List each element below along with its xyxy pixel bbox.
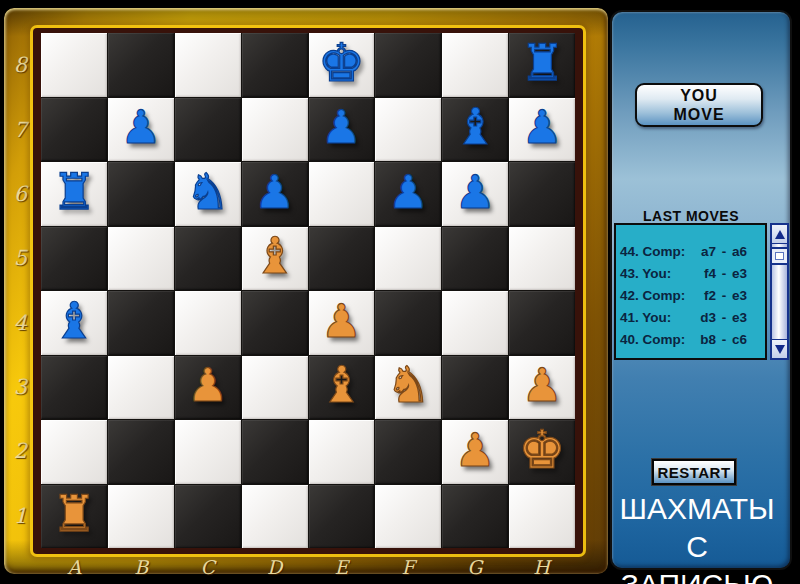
square-a7[interactable] <box>41 98 107 162</box>
move-row: 43. You:f4-e3 <box>620 266 763 288</box>
move-row: 40. Comp:b8-c6 <box>620 332 763 354</box>
square-b5[interactable] <box>108 227 174 291</box>
piece-gold-pawn[interactable]: ♟ <box>455 427 496 473</box>
file-label-b: B <box>108 554 175 580</box>
square-b8[interactable] <box>108 33 174 97</box>
square-c8[interactable] <box>175 33 241 97</box>
square-g5[interactable] <box>442 227 508 291</box>
file-label-g: G <box>442 554 509 580</box>
app-title-line2: С ЗАПИСЬЮ <box>612 528 782 584</box>
move-row: 41. You:d3-e3 <box>620 310 763 332</box>
piece-blue-pawn[interactable]: ♟ <box>521 104 562 150</box>
mv-label: 41. You: <box>620 310 694 325</box>
square-d2[interactable] <box>242 420 308 484</box>
you-move-line2: MOVE <box>673 105 724 124</box>
square-d5[interactable]: ♝ <box>242 227 308 291</box>
square-g7[interactable]: ♝ <box>442 98 508 162</box>
square-d8[interactable] <box>242 33 308 97</box>
you-move-line1: YOU <box>680 86 718 105</box>
square-h7[interactable]: ♟ <box>509 98 575 162</box>
scrollbar-thumb[interactable] <box>772 247 787 265</box>
rank-label-8: 8 <box>9 33 32 97</box>
piece-blue-bishop[interactable]: ♝ <box>453 102 498 152</box>
mv-label: 43. You: <box>620 266 694 281</box>
square-a2[interactable] <box>41 420 107 484</box>
rank-label-1: 1 <box>9 484 32 548</box>
mv-label: 42. Comp: <box>620 288 694 303</box>
mv-label: 44. Comp: <box>620 244 694 259</box>
rank-label-6: 6 <box>9 162 32 226</box>
mv-from: f4 <box>694 266 716 281</box>
rank-label-2: 2 <box>9 419 32 483</box>
arrow-up-icon <box>775 230 785 239</box>
square-c7[interactable] <box>175 98 241 162</box>
mv-to: e3 <box>732 310 758 325</box>
square-d3[interactable] <box>242 356 308 420</box>
square-e7[interactable]: ♟ <box>309 98 375 162</box>
square-b1[interactable] <box>108 485 174 549</box>
rank-label-4: 4 <box>9 291 32 355</box>
square-e3[interactable]: ♝ <box>309 356 375 420</box>
square-h4[interactable] <box>509 291 575 355</box>
app-title-line1: ШАХМАТЫ <box>612 490 782 528</box>
piece-gold-rook[interactable]: ♜ <box>52 489 97 539</box>
app-title: ШАХМАТЫ С ЗАПИСЬЮ <box>612 490 782 584</box>
board-inner-border: ♚♜♟♟♝♟♜♞♟♟♟♝♝♟♟♝♞♟♟♚♜ <box>33 28 583 554</box>
arrow-down-icon <box>775 345 785 354</box>
piece-blue-pawn[interactable]: ♟ <box>321 104 362 150</box>
rank-labels: 87654321 <box>9 33 32 548</box>
rank-label-7: 7 <box>9 97 32 161</box>
square-e4[interactable]: ♟ <box>309 291 375 355</box>
square-f7[interactable] <box>375 98 441 162</box>
piece-blue-king[interactable]: ♚ <box>318 36 366 89</box>
square-e6[interactable] <box>309 162 375 226</box>
square-e2[interactable] <box>309 420 375 484</box>
square-f2[interactable] <box>375 420 441 484</box>
piece-blue-pawn[interactable]: ♟ <box>455 169 496 215</box>
square-c6[interactable]: ♞ <box>175 162 241 226</box>
square-h2[interactable]: ♚ <box>509 420 575 484</box>
rank-label-3: 3 <box>9 355 32 419</box>
piece-blue-rook[interactable]: ♜ <box>52 167 97 217</box>
piece-blue-rook[interactable]: ♜ <box>520 38 565 88</box>
piece-gold-knight[interactable]: ♞ <box>386 360 431 410</box>
mv-dash: - <box>716 332 732 347</box>
square-d4[interactable] <box>242 291 308 355</box>
square-a4[interactable]: ♝ <box>41 291 107 355</box>
file-labels: ABCDEFGH <box>41 554 575 580</box>
square-h6[interactable] <box>509 162 575 226</box>
piece-gold-bishop[interactable]: ♝ <box>319 360 364 410</box>
square-e1[interactable] <box>309 485 375 549</box>
square-b3[interactable] <box>108 356 174 420</box>
rank-label-5: 5 <box>9 226 32 290</box>
square-h8[interactable]: ♜ <box>509 33 575 97</box>
square-c4[interactable] <box>175 291 241 355</box>
last-moves-heading: LAST MOVES <box>612 208 770 224</box>
mv-to: e3 <box>732 288 758 303</box>
file-label-h: H <box>508 554 575 580</box>
piece-gold-pawn[interactable]: ♟ <box>187 362 228 408</box>
square-g4[interactable] <box>442 291 508 355</box>
move-row: 44. Comp:a7-a6 <box>620 244 763 266</box>
mv-to: a6 <box>732 244 758 259</box>
square-c1[interactable] <box>175 485 241 549</box>
mv-from: f2 <box>694 288 716 303</box>
piece-blue-pawn[interactable]: ♟ <box>120 104 161 150</box>
square-b7[interactable]: ♟ <box>108 98 174 162</box>
square-g6[interactable]: ♟ <box>442 162 508 226</box>
piece-gold-pawn[interactable]: ♟ <box>321 298 362 344</box>
last-moves-list: 44. Comp:a7-a643. You:f4-e342. Comp:f2-e… <box>614 223 767 360</box>
moves-scrollbar[interactable] <box>770 223 789 360</box>
square-c3[interactable]: ♟ <box>175 356 241 420</box>
piece-blue-pawn[interactable]: ♟ <box>254 169 295 215</box>
square-h1[interactable] <box>509 485 575 549</box>
file-label-e: E <box>308 554 375 580</box>
restart-button[interactable]: RESTART <box>652 459 736 485</box>
square-c2[interactable] <box>175 420 241 484</box>
piece-gold-bishop[interactable]: ♝ <box>252 231 297 281</box>
square-h5[interactable] <box>509 227 575 291</box>
mv-to: c6 <box>732 332 758 347</box>
scroll-down-button[interactable] <box>772 339 787 358</box>
square-g3[interactable] <box>442 356 508 420</box>
mv-label: 40. Comp: <box>620 332 694 347</box>
square-f4[interactable] <box>375 291 441 355</box>
square-d6[interactable]: ♟ <box>242 162 308 226</box>
move-row: 42. Comp:f2-e3 <box>620 288 763 310</box>
square-a1[interactable]: ♜ <box>41 485 107 549</box>
square-e8[interactable]: ♚ <box>309 33 375 97</box>
square-f1[interactable] <box>375 485 441 549</box>
square-h3[interactable]: ♟ <box>509 356 575 420</box>
square-b2[interactable] <box>108 420 174 484</box>
square-a6[interactable]: ♜ <box>41 162 107 226</box>
chess-board: ♚♜♟♟♝♟♜♞♟♟♟♝♝♟♟♝♞♟♟♚♜ <box>41 33 575 548</box>
side-panel: YOU MOVE LAST MOVES 44. Comp:a7-a643. Yo… <box>610 10 792 570</box>
square-d7[interactable] <box>242 98 308 162</box>
piece-blue-bishop[interactable]: ♝ <box>52 296 97 346</box>
board-frame: 87654321 ♚♜♟♟♝♟♜♞♟♟♟♝♝♟♟♝♞♟♟♚♜ ABCDEFGH <box>4 8 608 574</box>
file-label-a: A <box>41 554 108 580</box>
mv-dash: - <box>716 266 732 281</box>
square-d1[interactable] <box>242 485 308 549</box>
square-a8[interactable] <box>41 33 107 97</box>
file-label-d: D <box>241 554 308 580</box>
square-b4[interactable] <box>108 291 174 355</box>
mv-from: d3 <box>694 310 716 325</box>
square-b6[interactable] <box>108 162 174 226</box>
scroll-up-button[interactable] <box>772 225 787 244</box>
mv-to: e3 <box>732 266 758 281</box>
mv-dash: - <box>716 244 732 259</box>
piece-gold-king[interactable]: ♚ <box>518 423 566 476</box>
you-move-button[interactable]: YOU MOVE <box>635 83 763 127</box>
mv-dash: - <box>716 310 732 325</box>
mv-dash: - <box>716 288 732 303</box>
square-a5[interactable] <box>41 227 107 291</box>
square-e5[interactable] <box>309 227 375 291</box>
square-g2[interactable]: ♟ <box>442 420 508 484</box>
mv-from: a7 <box>694 244 716 259</box>
mv-from: b8 <box>694 332 716 347</box>
square-f3[interactable]: ♞ <box>375 356 441 420</box>
file-label-f: F <box>375 554 442 580</box>
piece-blue-pawn[interactable]: ♟ <box>388 169 429 215</box>
square-a3[interactable] <box>41 356 107 420</box>
square-f6[interactable]: ♟ <box>375 162 441 226</box>
piece-blue-knight[interactable]: ♞ <box>185 167 230 217</box>
square-g1[interactable] <box>442 485 508 549</box>
square-c5[interactable] <box>175 227 241 291</box>
piece-gold-pawn[interactable]: ♟ <box>521 362 562 408</box>
square-f8[interactable] <box>375 33 441 97</box>
square-f5[interactable] <box>375 227 441 291</box>
file-label-c: C <box>175 554 242 580</box>
square-g8[interactable] <box>442 33 508 97</box>
